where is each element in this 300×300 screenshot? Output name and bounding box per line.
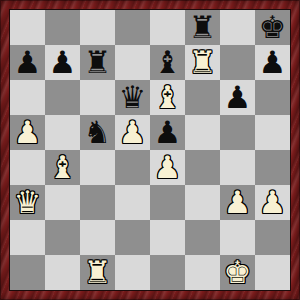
- square-b1[interactable]: [45, 255, 80, 290]
- white-pawn-piece[interactable]: ♟: [224, 185, 252, 220]
- square-f3[interactable]: [185, 185, 220, 220]
- square-d8[interactable]: [115, 10, 150, 45]
- white-bishop-piece[interactable]: ♝: [154, 80, 182, 115]
- square-f6[interactable]: [185, 80, 220, 115]
- square-a5[interactable]: ♟: [10, 115, 45, 150]
- black-pawn-piece[interactable]: ♟: [14, 45, 42, 80]
- black-queen-piece[interactable]: ♛: [119, 80, 147, 115]
- square-d1[interactable]: [115, 255, 150, 290]
- square-f7[interactable]: ♜: [185, 45, 220, 80]
- square-e8[interactable]: [150, 10, 185, 45]
- square-g5[interactable]: [220, 115, 255, 150]
- square-c1[interactable]: ♜: [80, 255, 115, 290]
- white-rook-piece[interactable]: ♜: [84, 255, 112, 290]
- square-e6[interactable]: ♝: [150, 80, 185, 115]
- square-c4[interactable]: [80, 150, 115, 185]
- square-d4[interactable]: [115, 150, 150, 185]
- square-c8[interactable]: [80, 10, 115, 45]
- square-h1[interactable]: [255, 255, 290, 290]
- square-a6[interactable]: [10, 80, 45, 115]
- black-pawn-piece[interactable]: ♟: [224, 80, 252, 115]
- square-h2[interactable]: [255, 220, 290, 255]
- square-a3[interactable]: ♛: [10, 185, 45, 220]
- white-king-piece[interactable]: ♚: [224, 255, 252, 290]
- square-h4[interactable]: [255, 150, 290, 185]
- black-bishop-piece[interactable]: ♝: [154, 45, 182, 80]
- square-h6[interactable]: [255, 80, 290, 115]
- black-knight-piece[interactable]: ♞: [84, 115, 112, 150]
- square-b2[interactable]: [45, 220, 80, 255]
- square-g2[interactable]: [220, 220, 255, 255]
- square-e2[interactable]: [150, 220, 185, 255]
- square-d7[interactable]: [115, 45, 150, 80]
- square-b6[interactable]: [45, 80, 80, 115]
- white-queen-piece[interactable]: ♛: [14, 185, 42, 220]
- square-d5[interactable]: ♟: [115, 115, 150, 150]
- square-c6[interactable]: [80, 80, 115, 115]
- square-g4[interactable]: [220, 150, 255, 185]
- square-e1[interactable]: [150, 255, 185, 290]
- square-e5[interactable]: ♟: [150, 115, 185, 150]
- white-bishop-piece[interactable]: ♝: [49, 150, 77, 185]
- square-c7[interactable]: ♜: [80, 45, 115, 80]
- square-h8[interactable]: ♚: [255, 10, 290, 45]
- black-rook-piece[interactable]: ♜: [189, 10, 217, 45]
- square-a4[interactable]: [10, 150, 45, 185]
- square-d3[interactable]: [115, 185, 150, 220]
- square-g7[interactable]: [220, 45, 255, 80]
- square-h3[interactable]: ♟: [255, 185, 290, 220]
- square-c2[interactable]: [80, 220, 115, 255]
- white-pawn-piece[interactable]: ♟: [259, 185, 287, 220]
- white-pawn-piece[interactable]: ♟: [119, 115, 147, 150]
- square-f4[interactable]: [185, 150, 220, 185]
- black-pawn-piece[interactable]: ♟: [154, 115, 182, 150]
- square-e7[interactable]: ♝: [150, 45, 185, 80]
- square-e4[interactable]: ♟: [150, 150, 185, 185]
- white-pawn-piece[interactable]: ♟: [14, 115, 42, 150]
- square-b3[interactable]: [45, 185, 80, 220]
- square-b8[interactable]: [45, 10, 80, 45]
- square-f2[interactable]: [185, 220, 220, 255]
- square-c3[interactable]: [80, 185, 115, 220]
- square-g3[interactable]: ♟: [220, 185, 255, 220]
- black-pawn-piece[interactable]: ♟: [259, 45, 287, 80]
- square-g6[interactable]: ♟: [220, 80, 255, 115]
- square-d6[interactable]: ♛: [115, 80, 150, 115]
- square-b5[interactable]: [45, 115, 80, 150]
- square-f8[interactable]: ♜: [185, 10, 220, 45]
- square-h7[interactable]: ♟: [255, 45, 290, 80]
- black-rook-piece[interactable]: ♜: [84, 45, 112, 80]
- square-g8[interactable]: [220, 10, 255, 45]
- square-e3[interactable]: [150, 185, 185, 220]
- square-b4[interactable]: ♝: [45, 150, 80, 185]
- black-king-piece[interactable]: ♚: [259, 10, 287, 45]
- square-h5[interactable]: [255, 115, 290, 150]
- white-rook-piece[interactable]: ♜: [189, 45, 217, 80]
- white-pawn-piece[interactable]: ♟: [154, 150, 182, 185]
- square-a2[interactable]: [10, 220, 45, 255]
- square-b7[interactable]: ♟: [45, 45, 80, 80]
- square-a1[interactable]: [10, 255, 45, 290]
- square-g1[interactable]: ♚: [220, 255, 255, 290]
- square-a7[interactable]: ♟: [10, 45, 45, 80]
- square-f5[interactable]: [185, 115, 220, 150]
- black-pawn-piece[interactable]: ♟: [49, 45, 77, 80]
- square-a8[interactable]: [10, 10, 45, 45]
- square-d2[interactable]: [115, 220, 150, 255]
- chess-board: ♜♚♟♟♜♝♜♟♛♝♟♟♞♟♟♝♟♛♟♟♜♚: [10, 10, 290, 290]
- board-frame: ♜♚♟♟♜♝♜♟♛♝♟♟♞♟♟♝♟♛♟♟♜♚: [0, 0, 300, 300]
- square-c5[interactable]: ♞: [80, 115, 115, 150]
- square-f1[interactable]: [185, 255, 220, 290]
